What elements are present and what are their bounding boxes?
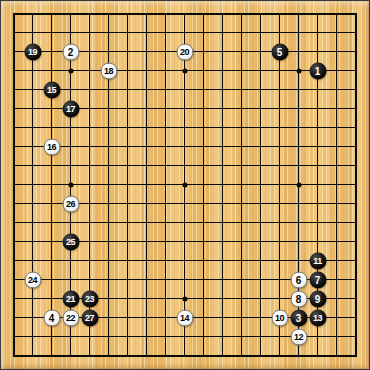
- intersection: [4, 4, 23, 23]
- intersection: [23, 213, 42, 232]
- intersection: [270, 270, 289, 289]
- intersection: [80, 42, 99, 61]
- intersection: [327, 118, 346, 137]
- intersection: [99, 80, 118, 99]
- intersection: [137, 346, 156, 365]
- intersection: [327, 289, 346, 308]
- stone-7: 7: [309, 271, 326, 288]
- intersection: [194, 156, 213, 175]
- stone-number: 13: [313, 309, 322, 326]
- intersection: [156, 175, 175, 194]
- intersection: [232, 175, 251, 194]
- intersection: [327, 175, 346, 194]
- intersection: [251, 251, 270, 270]
- intersection: [99, 213, 118, 232]
- intersection: [289, 156, 308, 175]
- intersection: [194, 23, 213, 42]
- intersection: [4, 99, 23, 118]
- intersection: [118, 232, 137, 251]
- intersection: [194, 194, 213, 213]
- intersection: [308, 42, 327, 61]
- intersection: [232, 23, 251, 42]
- intersection: [251, 4, 270, 23]
- stone-number: 10: [275, 309, 284, 326]
- intersection: [194, 251, 213, 270]
- intersection: [213, 251, 232, 270]
- intersection: [156, 156, 175, 175]
- intersection: [213, 327, 232, 346]
- intersection: [137, 270, 156, 289]
- intersection: [194, 61, 213, 80]
- intersection: [99, 251, 118, 270]
- intersection: [346, 61, 365, 80]
- intersection: [194, 308, 213, 327]
- intersection: [251, 42, 270, 61]
- intersection: [4, 327, 23, 346]
- intersection: [213, 270, 232, 289]
- stone-number: 25: [66, 233, 75, 250]
- intersection: [80, 194, 99, 213]
- intersection: [213, 61, 232, 80]
- intersection: [327, 137, 346, 156]
- intersection: [213, 23, 232, 42]
- intersection: [23, 232, 42, 251]
- intersection: [118, 61, 137, 80]
- intersection: [346, 327, 365, 346]
- intersection: [308, 4, 327, 23]
- intersection: [156, 80, 175, 99]
- intersection: [289, 99, 308, 118]
- intersection: [137, 289, 156, 308]
- intersection: [99, 175, 118, 194]
- intersection: [232, 232, 251, 251]
- intersection: [289, 213, 308, 232]
- intersection: [308, 23, 327, 42]
- stone-13: 13: [309, 309, 326, 326]
- intersection: [80, 327, 99, 346]
- intersection: [4, 194, 23, 213]
- stone-number: 24: [28, 271, 37, 288]
- stone-number: 27: [85, 309, 94, 326]
- intersection: [23, 327, 42, 346]
- intersection: [118, 346, 137, 365]
- intersection: [42, 346, 61, 365]
- intersection: [175, 4, 194, 23]
- stone-6: 6: [290, 271, 307, 288]
- intersection: [61, 4, 80, 23]
- stone-number: 3: [296, 309, 302, 326]
- intersection: [213, 156, 232, 175]
- intersection: [270, 327, 289, 346]
- intersection: [137, 99, 156, 118]
- stone-17: 17: [62, 100, 79, 117]
- stone-number: 21: [66, 290, 75, 307]
- intersection: [137, 327, 156, 346]
- intersection: [213, 213, 232, 232]
- intersection: [4, 118, 23, 137]
- intersection: [251, 118, 270, 137]
- intersection: [346, 80, 365, 99]
- stone-12: 12: [290, 328, 307, 345]
- intersection: [194, 289, 213, 308]
- intersection: [232, 137, 251, 156]
- intersection: [289, 232, 308, 251]
- stone-number: 9: [315, 290, 321, 307]
- intersection: [137, 137, 156, 156]
- intersection: [4, 346, 23, 365]
- intersection: [346, 118, 365, 137]
- intersection: [23, 308, 42, 327]
- intersection: [156, 327, 175, 346]
- intersection: [99, 118, 118, 137]
- intersection: [118, 80, 137, 99]
- intersection: [289, 251, 308, 270]
- intersection: [42, 270, 61, 289]
- intersection: [308, 80, 327, 99]
- intersection: [213, 4, 232, 23]
- intersection: [308, 327, 327, 346]
- intersection: [61, 327, 80, 346]
- stone-20: 20: [176, 43, 193, 60]
- stone-number: 20: [180, 43, 189, 60]
- intersection: [289, 346, 308, 365]
- stone-4: 4: [43, 309, 60, 326]
- intersection: [118, 270, 137, 289]
- intersection: [99, 270, 118, 289]
- intersection: [251, 80, 270, 99]
- intersection: [213, 175, 232, 194]
- intersection: [213, 232, 232, 251]
- intersection: [251, 308, 270, 327]
- intersection: [80, 213, 99, 232]
- stone-14: 14: [176, 309, 193, 326]
- intersection: [80, 137, 99, 156]
- intersection: [61, 156, 80, 175]
- intersection: [270, 232, 289, 251]
- intersection: [4, 175, 23, 194]
- intersection: [118, 213, 137, 232]
- intersection: [137, 4, 156, 23]
- intersection: [270, 23, 289, 42]
- intersection: [289, 175, 308, 194]
- intersection: [118, 327, 137, 346]
- intersection: [232, 99, 251, 118]
- intersection: [80, 61, 99, 80]
- intersection: [232, 251, 251, 270]
- intersection: [327, 270, 346, 289]
- intersection: [270, 118, 289, 137]
- intersection: [175, 156, 194, 175]
- intersection: [175, 137, 194, 156]
- stone-9: 9: [309, 290, 326, 307]
- stone-number: 4: [49, 309, 55, 326]
- intersection: [175, 80, 194, 99]
- intersection: [270, 80, 289, 99]
- stone-number: 18: [104, 62, 113, 79]
- intersection: [99, 327, 118, 346]
- intersection: [194, 99, 213, 118]
- intersection: [251, 156, 270, 175]
- intersection: [194, 118, 213, 137]
- intersection: [175, 289, 194, 308]
- intersection: [232, 42, 251, 61]
- stone-number: 14: [180, 309, 189, 326]
- intersection: [61, 270, 80, 289]
- intersection: [4, 156, 23, 175]
- intersection: [156, 99, 175, 118]
- intersection: [99, 232, 118, 251]
- stone-22: 22: [62, 309, 79, 326]
- intersection: [251, 61, 270, 80]
- intersection: [327, 213, 346, 232]
- stone-number: 19: [28, 43, 37, 60]
- intersection: [156, 118, 175, 137]
- stone-number: 12: [294, 328, 303, 345]
- intersection: [23, 4, 42, 23]
- intersection: [232, 156, 251, 175]
- intersection: [156, 232, 175, 251]
- intersection: [327, 23, 346, 42]
- intersection: [61, 80, 80, 99]
- intersection: [213, 308, 232, 327]
- intersection: [23, 175, 42, 194]
- intersection: [289, 4, 308, 23]
- intersection: [270, 61, 289, 80]
- intersection: [42, 118, 61, 137]
- intersection: [23, 61, 42, 80]
- intersection: [80, 175, 99, 194]
- intersection: [99, 156, 118, 175]
- intersection: [23, 156, 42, 175]
- intersection: [251, 270, 270, 289]
- intersection: [156, 42, 175, 61]
- intersection: [346, 42, 365, 61]
- intersection: [289, 118, 308, 137]
- intersection: [42, 232, 61, 251]
- stone-number: 7: [315, 271, 321, 288]
- intersection: [232, 80, 251, 99]
- intersection: [175, 213, 194, 232]
- intersection: [232, 289, 251, 308]
- stone-number: 22: [66, 309, 75, 326]
- intersection: [346, 289, 365, 308]
- intersection: [308, 213, 327, 232]
- stone-number: 8: [296, 290, 302, 307]
- intersection: [327, 99, 346, 118]
- intersection: [251, 232, 270, 251]
- stone-18: 18: [100, 62, 117, 79]
- intersection: [118, 118, 137, 137]
- intersection: [346, 308, 365, 327]
- intersection: [23, 137, 42, 156]
- intersection: [137, 80, 156, 99]
- intersection: [251, 99, 270, 118]
- intersection: [270, 251, 289, 270]
- intersection: [118, 289, 137, 308]
- intersection: [213, 137, 232, 156]
- intersection: [4, 289, 23, 308]
- intersection: [118, 251, 137, 270]
- intersection: [327, 61, 346, 80]
- intersection: [99, 137, 118, 156]
- intersection: [232, 213, 251, 232]
- intersection: [308, 232, 327, 251]
- go-board[interactable]: 1234567891011121314151617181920212223242…: [0, 0, 370, 370]
- intersection: [308, 156, 327, 175]
- intersection: [308, 175, 327, 194]
- intersection: [232, 308, 251, 327]
- intersection: [213, 42, 232, 61]
- intersection: [175, 23, 194, 42]
- intersection: [4, 61, 23, 80]
- stone-27: 27: [81, 309, 98, 326]
- intersection: [251, 175, 270, 194]
- stone-number: 23: [85, 290, 94, 307]
- intersection: [194, 346, 213, 365]
- intersection: [99, 308, 118, 327]
- intersection: [232, 4, 251, 23]
- intersection: [23, 346, 42, 365]
- intersection: [175, 346, 194, 365]
- intersection: [308, 118, 327, 137]
- intersection: [80, 346, 99, 365]
- intersection: [4, 270, 23, 289]
- intersection: [137, 175, 156, 194]
- intersection: [42, 289, 61, 308]
- intersection: [42, 251, 61, 270]
- intersection: [175, 270, 194, 289]
- intersection: [289, 42, 308, 61]
- intersection: [23, 118, 42, 137]
- intersection: [99, 346, 118, 365]
- intersection: [137, 156, 156, 175]
- intersection: [175, 251, 194, 270]
- intersection: [42, 194, 61, 213]
- intersection: [80, 118, 99, 137]
- intersection: [194, 137, 213, 156]
- intersection: [137, 61, 156, 80]
- intersection: [251, 137, 270, 156]
- intersection: [23, 251, 42, 270]
- intersection: [99, 99, 118, 118]
- intersection: [327, 42, 346, 61]
- stone-number: 15: [47, 81, 56, 98]
- intersection: [99, 289, 118, 308]
- intersection: [42, 23, 61, 42]
- intersection: [156, 137, 175, 156]
- intersection: [42, 42, 61, 61]
- intersection: [118, 99, 137, 118]
- intersection: [289, 80, 308, 99]
- stone-5: 5: [271, 43, 288, 60]
- intersection: [61, 213, 80, 232]
- intersection: [42, 175, 61, 194]
- intersection: [99, 4, 118, 23]
- intersection: [213, 99, 232, 118]
- intersection: [289, 137, 308, 156]
- intersection: [80, 232, 99, 251]
- intersection: [346, 346, 365, 365]
- intersection: [232, 61, 251, 80]
- stone-number: 5: [277, 43, 283, 60]
- intersection: [61, 61, 80, 80]
- intersection: [61, 346, 80, 365]
- intersection: [289, 194, 308, 213]
- stone-number: 2: [68, 43, 74, 60]
- intersection: [61, 175, 80, 194]
- intersection: [194, 327, 213, 346]
- intersection: [346, 175, 365, 194]
- intersection: [270, 175, 289, 194]
- intersection: [194, 213, 213, 232]
- stone-number: 6: [296, 271, 302, 288]
- intersection: [23, 289, 42, 308]
- intersection: [175, 99, 194, 118]
- intersection: [327, 308, 346, 327]
- intersection: [175, 61, 194, 80]
- intersection: [4, 232, 23, 251]
- intersection: [156, 251, 175, 270]
- intersection: [80, 156, 99, 175]
- stone-number: 1: [315, 62, 321, 79]
- intersection: [327, 156, 346, 175]
- intersection: [137, 251, 156, 270]
- intersection: [327, 232, 346, 251]
- intersection: [232, 194, 251, 213]
- intersection: [4, 308, 23, 327]
- intersection: [270, 99, 289, 118]
- intersection: [156, 308, 175, 327]
- intersection: [175, 175, 194, 194]
- intersection: [346, 137, 365, 156]
- intersection: [61, 137, 80, 156]
- intersection: [270, 137, 289, 156]
- intersection: [213, 346, 232, 365]
- intersection: [270, 4, 289, 23]
- intersection: [156, 23, 175, 42]
- intersection: [270, 156, 289, 175]
- intersection: [327, 251, 346, 270]
- intersection: [118, 156, 137, 175]
- intersection: [156, 346, 175, 365]
- intersection: [137, 23, 156, 42]
- intersection: [4, 42, 23, 61]
- intersection: [289, 61, 308, 80]
- intersection: [23, 194, 42, 213]
- intersection: [99, 23, 118, 42]
- intersection: [175, 327, 194, 346]
- intersection: [194, 42, 213, 61]
- intersection: [327, 4, 346, 23]
- intersection: [270, 194, 289, 213]
- intersection: [42, 61, 61, 80]
- stone-15: 15: [43, 81, 60, 98]
- stone-10: 10: [271, 309, 288, 326]
- intersection: [80, 270, 99, 289]
- intersection: [61, 251, 80, 270]
- intersection: [194, 270, 213, 289]
- stone-23: 23: [81, 290, 98, 307]
- intersection: [194, 4, 213, 23]
- intersection: [118, 308, 137, 327]
- intersection: [4, 23, 23, 42]
- intersection: [42, 213, 61, 232]
- intersection: [4, 251, 23, 270]
- intersection: [4, 137, 23, 156]
- intersection: [175, 118, 194, 137]
- intersection: [270, 213, 289, 232]
- intersection: [156, 61, 175, 80]
